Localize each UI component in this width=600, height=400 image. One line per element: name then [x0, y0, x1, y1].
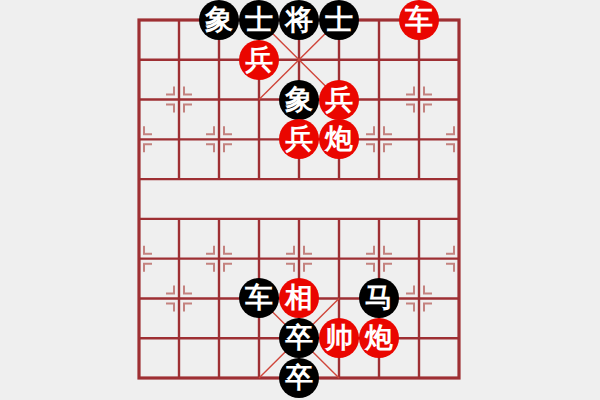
piece-red-elephant[interactable]: 相	[279, 278, 319, 318]
piece-glyph: 帅	[325, 324, 353, 352]
piece-glyph: 士	[245, 6, 273, 34]
piece-glyph: 兵	[285, 125, 313, 153]
piece-glyph: 将	[285, 6, 313, 34]
piece-glyph: 兵	[245, 46, 273, 74]
piece-glyph: 炮	[325, 125, 353, 153]
piece-glyph: 卒	[285, 364, 313, 392]
piece-red-soldier[interactable]: 兵	[279, 119, 319, 159]
piece-black-advisor[interactable]: 士	[319, 0, 359, 40]
piece-glyph: 相	[285, 284, 313, 312]
piece-black-horse[interactable]: 马	[359, 278, 399, 318]
piece-glyph: 车	[245, 284, 273, 312]
piece-glyph: 象	[205, 6, 233, 34]
piece-black-advisor[interactable]: 士	[239, 0, 279, 40]
piece-black-soldier[interactable]: 卒	[279, 358, 319, 398]
piece-glyph: 士	[325, 6, 353, 34]
pieces-layer: 象士将士车兵象兵兵炮车相马卒帅炮卒	[119, 0, 479, 398]
piece-glyph: 卒	[285, 324, 313, 352]
piece-glyph: 车	[405, 6, 433, 34]
piece-red-general[interactable]: 帅	[319, 318, 359, 358]
piece-glyph: 兵	[325, 86, 353, 114]
xiangqi-board: 象士将士车兵象兵兵炮车相马卒帅炮卒	[0, 0, 600, 400]
piece-black-elephant[interactable]: 象	[279, 80, 319, 120]
piece-red-soldier[interactable]: 兵	[239, 40, 279, 80]
piece-glyph: 象	[285, 86, 313, 114]
piece-red-cannon[interactable]: 炮	[359, 318, 399, 358]
piece-glyph: 马	[365, 284, 393, 312]
piece-red-soldier[interactable]: 兵	[319, 80, 359, 120]
piece-black-soldier[interactable]: 卒	[279, 318, 319, 358]
piece-black-general[interactable]: 将	[279, 0, 319, 40]
piece-black-chariot[interactable]: 车	[239, 278, 279, 318]
piece-red-chariot[interactable]: 车	[399, 0, 439, 40]
piece-black-elephant[interactable]: 象	[199, 0, 239, 40]
piece-glyph: 炮	[365, 324, 393, 352]
piece-red-cannon[interactable]: 炮	[319, 119, 359, 159]
